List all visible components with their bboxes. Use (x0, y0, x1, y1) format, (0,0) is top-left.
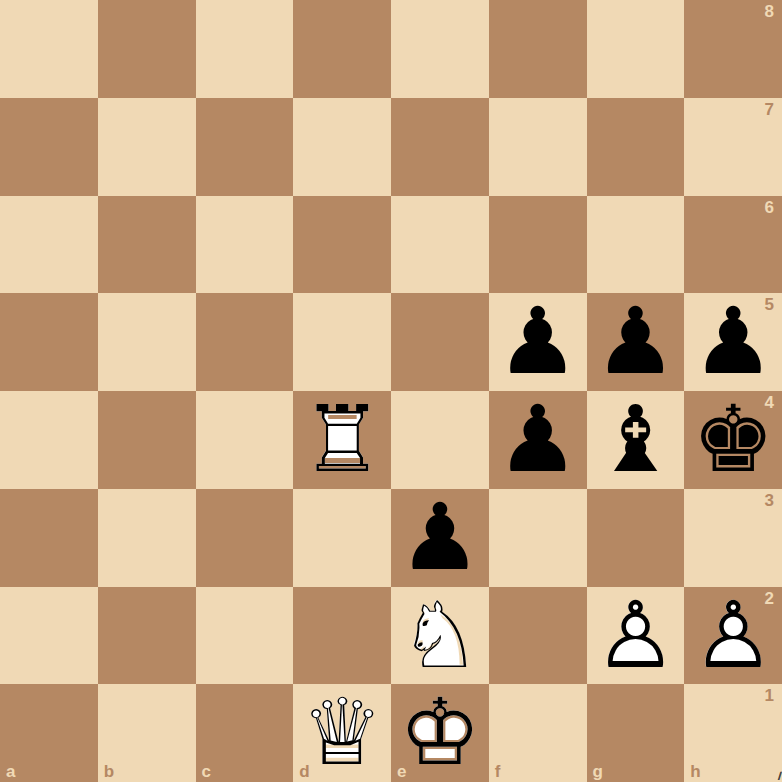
square-b6[interactable] (98, 196, 196, 294)
square-d2[interactable] (293, 587, 391, 685)
square-e2[interactable]: ♞♘ (391, 587, 489, 685)
square-f1[interactable]: f (489, 684, 587, 782)
piece-black-pawn-g5[interactable]: ♟ (587, 293, 685, 391)
square-c3[interactable] (196, 489, 294, 587)
square-d5[interactable] (293, 293, 391, 391)
square-f7[interactable] (489, 98, 587, 196)
piece-black-bishop-g4[interactable]: ♝ (587, 391, 685, 489)
rank-label-1: 1 (765, 687, 774, 704)
square-e5[interactable] (391, 293, 489, 391)
piece-black-pawn-f5[interactable]: ♟ (489, 293, 587, 391)
square-b8[interactable] (98, 0, 196, 98)
square-c5[interactable] (196, 293, 294, 391)
square-f6[interactable] (489, 196, 587, 294)
white-king-outline: ♔ (391, 684, 489, 782)
square-h5[interactable]: 5♟ (684, 293, 782, 391)
square-e6[interactable] (391, 196, 489, 294)
square-f5[interactable]: ♟ (489, 293, 587, 391)
corner-mark: ∕∕ (778, 770, 779, 781)
piece-white-king-e1[interactable]: ♚♔ (391, 684, 489, 782)
piece-black-pawn-e3[interactable]: ♟ (391, 489, 489, 587)
square-c1[interactable]: c (196, 684, 294, 782)
square-d3[interactable] (293, 489, 391, 587)
white-pawn-outline: ♙ (587, 587, 685, 685)
square-a2[interactable] (0, 587, 98, 685)
square-h6[interactable]: 6 (684, 196, 782, 294)
square-d7[interactable] (293, 98, 391, 196)
file-label-f: f (495, 763, 501, 780)
square-g2[interactable]: ♟♙ (587, 587, 685, 685)
rank-label-3: 3 (765, 492, 774, 509)
square-a4[interactable] (0, 391, 98, 489)
file-label-g: g (593, 763, 603, 780)
square-a3[interactable] (0, 489, 98, 587)
square-e8[interactable] (391, 0, 489, 98)
black-bishop-glyph: ♝ (587, 391, 685, 489)
square-g6[interactable] (587, 196, 685, 294)
square-e4[interactable] (391, 391, 489, 489)
black-pawn-glyph: ♟ (587, 293, 685, 391)
black-pawn-glyph: ♟ (391, 489, 489, 587)
rank-label-8: 8 (765, 3, 774, 20)
chess-board: 876♟♟5♟♜♖♟♝4♚♟3♞♘♟♙2♟♙abcd♛♕e♚♔fg1h (0, 0, 782, 782)
square-a6[interactable] (0, 196, 98, 294)
square-h2[interactable]: 2♟♙ (684, 587, 782, 685)
square-g3[interactable] (587, 489, 685, 587)
square-d1[interactable]: d♛♕ (293, 684, 391, 782)
square-f8[interactable] (489, 0, 587, 98)
file-label-a: a (6, 763, 15, 780)
white-queen-outline: ♕ (293, 684, 391, 782)
square-a5[interactable] (0, 293, 98, 391)
square-b4[interactable] (98, 391, 196, 489)
file-label-c: c (202, 763, 211, 780)
square-b5[interactable] (98, 293, 196, 391)
square-g4[interactable]: ♝ (587, 391, 685, 489)
white-pawn-outline: ♙ (684, 587, 782, 685)
square-c8[interactable] (196, 0, 294, 98)
white-rook-outline: ♖ (293, 391, 391, 489)
square-b1[interactable]: b (98, 684, 196, 782)
square-b7[interactable] (98, 98, 196, 196)
square-f2[interactable] (489, 587, 587, 685)
square-h8[interactable]: 8 (684, 0, 782, 98)
square-c7[interactable] (196, 98, 294, 196)
square-g7[interactable] (587, 98, 685, 196)
white-knight-outline: ♘ (391, 587, 489, 685)
square-c2[interactable] (196, 587, 294, 685)
square-c4[interactable] (196, 391, 294, 489)
square-c6[interactable] (196, 196, 294, 294)
square-h1[interactable]: 1h (684, 684, 782, 782)
square-d6[interactable] (293, 196, 391, 294)
black-pawn-glyph: ♟ (489, 391, 587, 489)
piece-white-rook-d4[interactable]: ♜♖ (293, 391, 391, 489)
square-g1[interactable]: g (587, 684, 685, 782)
square-a7[interactable] (0, 98, 98, 196)
square-h7[interactable]: 7 (684, 98, 782, 196)
square-d8[interactable] (293, 0, 391, 98)
square-e7[interactable] (391, 98, 489, 196)
square-a1[interactable]: a (0, 684, 98, 782)
piece-white-pawn-g2[interactable]: ♟♙ (587, 587, 685, 685)
square-f3[interactable] (489, 489, 587, 587)
piece-black-pawn-h5[interactable]: ♟ (684, 293, 782, 391)
square-e1[interactable]: e♚♔ (391, 684, 489, 782)
file-label-b: b (104, 763, 114, 780)
chess-board-wrap: 876♟♟5♟♜♖♟♝4♚♟3♞♘♟♙2♟♙abcd♛♕e♚♔fg1h ∕∕ (0, 0, 782, 782)
piece-black-king-h4[interactable]: ♚ (684, 391, 782, 489)
square-e3[interactable]: ♟ (391, 489, 489, 587)
square-h4[interactable]: 4♚ (684, 391, 782, 489)
square-f4[interactable]: ♟ (489, 391, 587, 489)
square-g5[interactable]: ♟ (587, 293, 685, 391)
rank-label-6: 6 (765, 199, 774, 216)
black-king-glyph: ♚ (684, 391, 782, 489)
black-pawn-glyph: ♟ (489, 293, 587, 391)
square-b3[interactable] (98, 489, 196, 587)
piece-black-pawn-f4[interactable]: ♟ (489, 391, 587, 489)
square-g8[interactable] (587, 0, 685, 98)
piece-white-pawn-h2[interactable]: ♟♙ (684, 587, 782, 685)
piece-white-knight-e2[interactable]: ♞♘ (391, 587, 489, 685)
square-d4[interactable]: ♜♖ (293, 391, 391, 489)
square-b2[interactable] (98, 587, 196, 685)
square-a8[interactable] (0, 0, 98, 98)
file-label-h: h (690, 763, 700, 780)
black-pawn-glyph: ♟ (684, 293, 782, 391)
piece-white-queen-d1[interactable]: ♛♕ (293, 684, 391, 782)
square-h3[interactable]: 3 (684, 489, 782, 587)
rank-label-7: 7 (765, 101, 774, 118)
